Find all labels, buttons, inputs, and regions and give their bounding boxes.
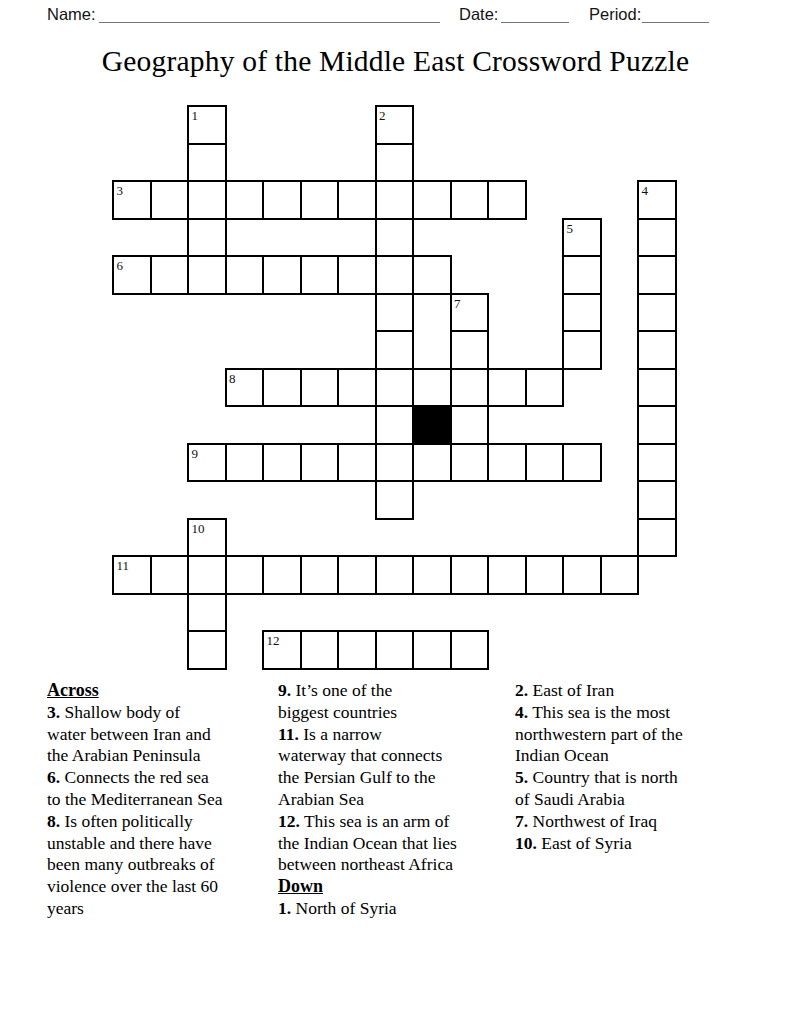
clue-num: 8. (47, 811, 60, 831)
grid-cell[interactable] (337, 443, 377, 483)
grid-cell[interactable] (187, 555, 227, 595)
grid-cell[interactable] (450, 555, 490, 595)
clue-down-10: 10. East of Syria (515, 833, 735, 855)
grid-cell[interactable] (225, 255, 265, 295)
grid-cell[interactable] (300, 180, 340, 220)
clue-number: 7 (452, 295, 488, 310)
name-input-line[interactable] (99, 22, 440, 23)
grid-cell[interactable] (525, 443, 565, 483)
clue-text: Shallow body of water between Iran and t… (47, 702, 211, 766)
clue-number: 6 (114, 257, 150, 272)
clue-num: 9. (278, 680, 291, 700)
grid-cell[interactable] (637, 405, 677, 445)
clue-number: 3 (114, 182, 150, 197)
clue-down-4: 4. This sea is the most northwestern par… (515, 702, 735, 767)
clue-text: Is a narrow waterway that connects the P… (278, 724, 442, 809)
grid-cell[interactable] (187, 593, 227, 633)
grid-cell[interactable] (487, 443, 527, 483)
grid-cell[interactable] (187, 630, 227, 670)
clue-number: 11 (114, 557, 150, 572)
grid-cell-black (412, 405, 452, 445)
date-label: Date: (459, 5, 498, 24)
clue-number: 1 (189, 107, 225, 122)
grid-cell[interactable] (637, 218, 677, 258)
grid-cell[interactable] (450, 180, 490, 220)
clues-column-3: 2. East of Iran4. This sea is the most n… (515, 680, 735, 854)
clue-text: Is often politically unstable and there … (47, 811, 218, 918)
grid-cell[interactable] (562, 255, 602, 295)
grid-cell[interactable] (450, 443, 490, 483)
grid-cell[interactable] (262, 180, 302, 220)
grid-cell[interactable]: 7 (450, 293, 490, 333)
clue-text: This sea is the most northwestern part o… (515, 702, 683, 766)
clue-number: 4 (639, 182, 675, 197)
clue-num: 2. (515, 680, 528, 700)
clue-text: Connects the red sea to the Mediterranea… (47, 767, 222, 809)
grid-cell[interactable] (187, 143, 227, 183)
clue-text: It’s one of the biggest countries (278, 680, 397, 722)
grid-cell[interactable] (487, 555, 527, 595)
grid-cell[interactable] (262, 368, 302, 408)
grid-cell[interactable] (375, 330, 415, 370)
clue-num: 7. (515, 811, 528, 831)
grid-cell[interactable]: 1 (187, 105, 227, 145)
grid-cell[interactable] (637, 330, 677, 370)
grid-cell[interactable] (412, 630, 452, 670)
clue-across-12: 12. This sea is an arm of the Indian Oce… (278, 811, 514, 876)
grid-cell[interactable] (187, 180, 227, 220)
grid-cell[interactable] (375, 293, 415, 333)
clues-column-2: 9. It’s one of the biggest countries11. … (278, 680, 514, 920)
grid-cell[interactable] (637, 293, 677, 333)
grid-cell[interactable] (562, 443, 602, 483)
grid-cell[interactable] (150, 555, 190, 595)
clue-number: 9 (189, 445, 225, 460)
clue-num: 12. (278, 811, 300, 831)
page-title: Geography of the Middle East Crossword P… (0, 45, 791, 78)
grid-cell[interactable] (525, 555, 565, 595)
clue-number: 5 (564, 220, 600, 235)
grid-cell[interactable] (637, 480, 677, 520)
down-heading: Down (278, 876, 514, 898)
clue-across-3: 3. Shallow body of water between Iran an… (47, 702, 279, 767)
clue-num: 5. (515, 767, 528, 787)
grid-cell[interactable] (262, 443, 302, 483)
grid-cell[interactable]: 12 (262, 630, 302, 670)
grid-cell[interactable]: 9 (187, 443, 227, 483)
grid-cell[interactable] (412, 368, 452, 408)
grid-cell[interactable] (562, 293, 602, 333)
clue-num: 10. (515, 833, 537, 853)
clue-num: 6. (47, 767, 60, 787)
grid-cell[interactable] (600, 555, 640, 595)
grid-cell[interactable] (337, 180, 377, 220)
clue-text: East of Syria (537, 833, 632, 853)
grid-cell[interactable] (637, 368, 677, 408)
period-input-line[interactable] (642, 22, 709, 23)
grid-cell[interactable] (450, 368, 490, 408)
grid-cell[interactable] (562, 555, 602, 595)
grid-cell[interactable] (412, 443, 452, 483)
grid-cell[interactable]: 10 (187, 518, 227, 558)
grid-cell[interactable]: 8 (225, 368, 265, 408)
grid-cell[interactable] (375, 443, 415, 483)
grid-cell[interactable] (187, 218, 227, 258)
grid-cell[interactable] (412, 255, 452, 295)
clue-across-11: 11. Is a narrow waterway that connects t… (278, 724, 514, 811)
clue-down-2: 2. East of Iran (515, 680, 735, 702)
grid-cell[interactable] (412, 555, 452, 595)
clue-down-1: 1. North of Syria (278, 898, 514, 920)
grid-cell[interactable] (337, 368, 377, 408)
clue-down-5: 5. Country that is north of Saudi Arabia (515, 767, 735, 811)
clue-text: North of Syria (291, 898, 396, 918)
date-input-line[interactable] (501, 22, 569, 23)
grid-cell[interactable] (337, 255, 377, 295)
clue-text: East of Iran (528, 680, 614, 700)
grid-cell[interactable] (225, 555, 265, 595)
grid-cell[interactable] (225, 180, 265, 220)
crossword-grid: 123456789101112 (113, 106, 676, 669)
clue-num: 1. (278, 898, 291, 918)
grid-cell[interactable] (187, 255, 227, 295)
grid-cell[interactable] (300, 255, 340, 295)
grid-cell[interactable] (637, 255, 677, 295)
clue-across-9: 9. It’s one of the biggest countries (278, 680, 514, 724)
across-heading: Across (47, 680, 279, 702)
grid-cell[interactable] (225, 443, 265, 483)
worksheet-page: Name: Date: Period: Geography of the Mid… (0, 0, 791, 1024)
grid-cell[interactable] (375, 180, 415, 220)
clue-across-8: 8. Is often politically unstable and the… (47, 811, 279, 920)
grid-cell[interactable] (262, 255, 302, 295)
grid-cell[interactable] (375, 555, 415, 595)
clue-text: This sea is an arm of the Indian Ocean t… (278, 811, 457, 875)
clue-num: 3. (47, 702, 60, 722)
grid-cell[interactable]: 2 (375, 105, 415, 145)
grid-cell[interactable] (300, 630, 340, 670)
grid-cell[interactable] (375, 255, 415, 295)
name-label: Name: (47, 5, 96, 24)
grid-cell[interactable] (337, 630, 377, 670)
grid-cell[interactable] (450, 330, 490, 370)
grid-cell[interactable] (337, 555, 377, 595)
clue-text: Northwest of Iraq (528, 811, 657, 831)
clue-num: 4. (515, 702, 528, 722)
grid-cell[interactable] (487, 368, 527, 408)
grid-cell[interactable] (450, 405, 490, 445)
clue-num: 11. (278, 724, 299, 744)
grid-cell[interactable]: 4 (637, 180, 677, 220)
grid-cell[interactable] (300, 368, 340, 408)
grid-cell[interactable] (262, 555, 302, 595)
grid-cell[interactable]: 5 (562, 218, 602, 258)
grid-cell[interactable] (525, 368, 565, 408)
clue-number: 2 (377, 107, 413, 122)
grid-cell[interactable] (412, 180, 452, 220)
grid-cell[interactable] (150, 255, 190, 295)
clue-number: 8 (227, 370, 263, 385)
grid-cell[interactable] (487, 180, 527, 220)
grid-cell[interactable] (637, 518, 677, 558)
grid-cell[interactable] (375, 143, 415, 183)
clue-number: 12 (264, 632, 300, 647)
grid-cell[interactable] (375, 368, 415, 408)
grid-cell[interactable] (375, 218, 415, 258)
clue-across-6: 6. Connects the red sea to the Mediterra… (47, 767, 279, 811)
grid-cell[interactable] (375, 630, 415, 670)
grid-cell[interactable] (637, 443, 677, 483)
grid-cell[interactable] (300, 555, 340, 595)
period-label: Period: (589, 5, 641, 24)
grid-cell[interactable] (375, 405, 415, 445)
clue-number: 10 (189, 520, 225, 535)
grid-cell[interactable] (150, 180, 190, 220)
grid-cell[interactable]: 6 (112, 255, 152, 295)
clue-text: Country that is north of Saudi Arabia (515, 767, 678, 809)
clues-column-1: Across3. Shallow body of water between I… (47, 680, 279, 920)
clue-down-7: 7. Northwest of Iraq (515, 811, 735, 833)
grid-cell[interactable] (300, 443, 340, 483)
grid-cell[interactable]: 3 (112, 180, 152, 220)
grid-cell[interactable] (450, 630, 490, 670)
grid-cell[interactable] (375, 480, 415, 520)
grid-cell[interactable]: 11 (112, 555, 152, 595)
grid-cell[interactable] (562, 330, 602, 370)
